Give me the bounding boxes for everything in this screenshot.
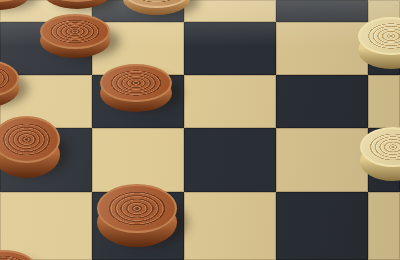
checker-piece-light-light-man-r3c4[interactable]: ⛀ [360, 127, 400, 181]
checker-piece-dark-top-edge-dark-man-2[interactable]: ⛂ [44, 0, 110, 9]
checker-piece-dark-bottom-edge-dark-man[interactable]: ⛂ [0, 250, 36, 260]
checker-piece-dark-top-edge-dark-man-1[interactable]: ⛂ [0, 0, 30, 10]
piece-layer: ⛂⛂⛀⛂⛀⛂⛂⛂⛀⛂⛂ [0, 0, 400, 260]
piece-top-rings [100, 64, 172, 102]
piece-top-rings [40, 14, 110, 49]
piece-top-rings [0, 250, 36, 260]
checker-piece-dark-dark-man-r3c0[interactable]: ⛂ [0, 116, 60, 178]
checker-piece-tan-top-edge-tan-man[interactable]: ⛀ [123, 0, 190, 15]
checker-piece-light-light-man-r1c4[interactable]: ⛀ [358, 17, 400, 69]
checker-piece-dark-dark-man-r1c0[interactable]: ⛂ [40, 14, 110, 58]
checker-piece-dark-dark-man-r4c1[interactable]: ⛂ [97, 184, 177, 247]
checkers-photo: ⛂⛂⛀⛂⛀⛂⛂⛂⛀⛂⛂ [0, 0, 400, 260]
checker-piece-dark-left-edge-dark-man[interactable]: ⛂ [0, 60, 19, 107]
piece-top-rings [97, 184, 177, 233]
checker-piece-dark-dark-man-r2c1[interactable]: ⛂ [100, 64, 172, 112]
